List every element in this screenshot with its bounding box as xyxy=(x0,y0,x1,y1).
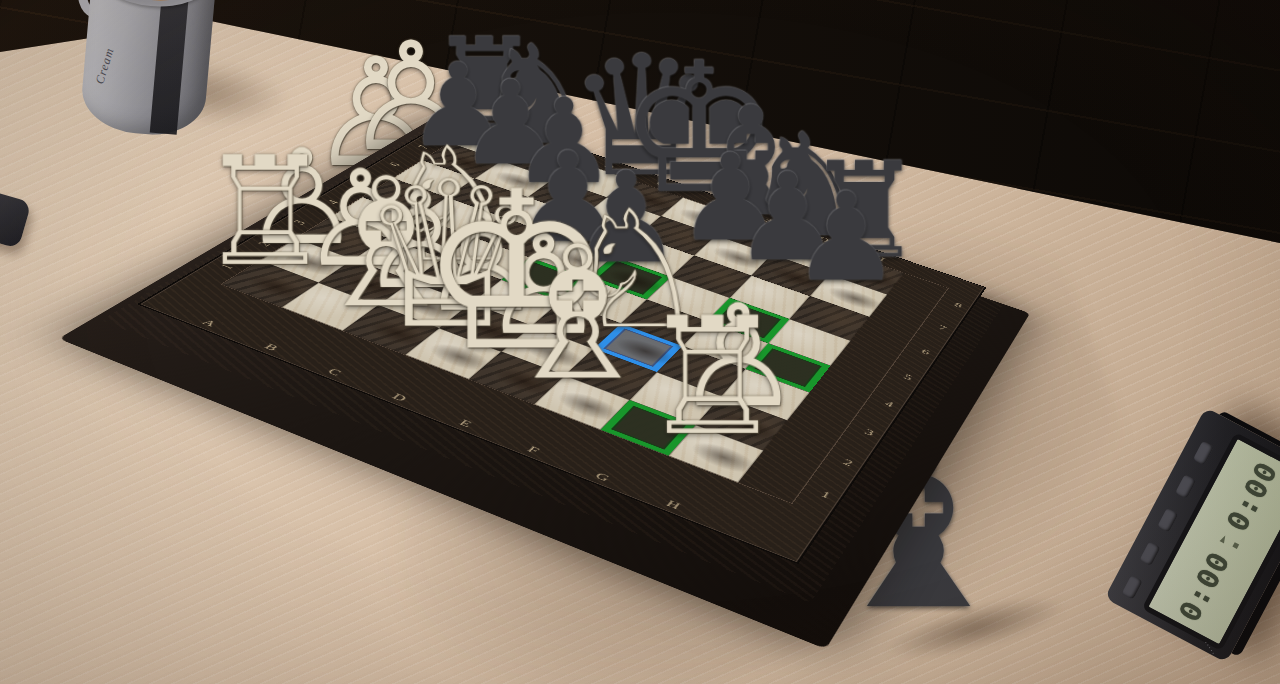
clock-button-2[interactable] xyxy=(1139,541,1160,566)
clock-button-4[interactable] xyxy=(1175,474,1196,499)
clock-divider-icon: ▪ xyxy=(1228,539,1241,550)
scene: Cream ♙ ♙ ♝ ♜♞♛♚♝♞♜♟♟♟♟♟♟♟♟♘♘♙♙♙♙♙♙♖♗♕♔♗… xyxy=(0,0,1280,684)
phone-corner-object xyxy=(0,187,32,249)
piece-white-r-h1[interactable]: ♖ xyxy=(616,296,809,458)
clock-center-icons: ► ▪ xyxy=(1216,532,1242,551)
clock-button-3[interactable] xyxy=(1157,508,1178,533)
clock-flag-icon: ► xyxy=(1216,532,1229,544)
chess-clock[interactable]: 0:00 ► ▪ 0:00 ····· xyxy=(1128,430,1280,684)
clock-button-1[interactable] xyxy=(1121,575,1142,600)
clock-button-5[interactable] xyxy=(1192,440,1213,465)
clock-right-time: 0:00 xyxy=(1220,456,1280,537)
clock-body: 0:00 ► ▪ 0:00 ····· xyxy=(1104,407,1280,663)
square-h1[interactable]: ♖ xyxy=(669,425,764,482)
clock-left-time: 0:00 xyxy=(1172,546,1237,627)
coffee-cup: Cream xyxy=(79,0,217,139)
